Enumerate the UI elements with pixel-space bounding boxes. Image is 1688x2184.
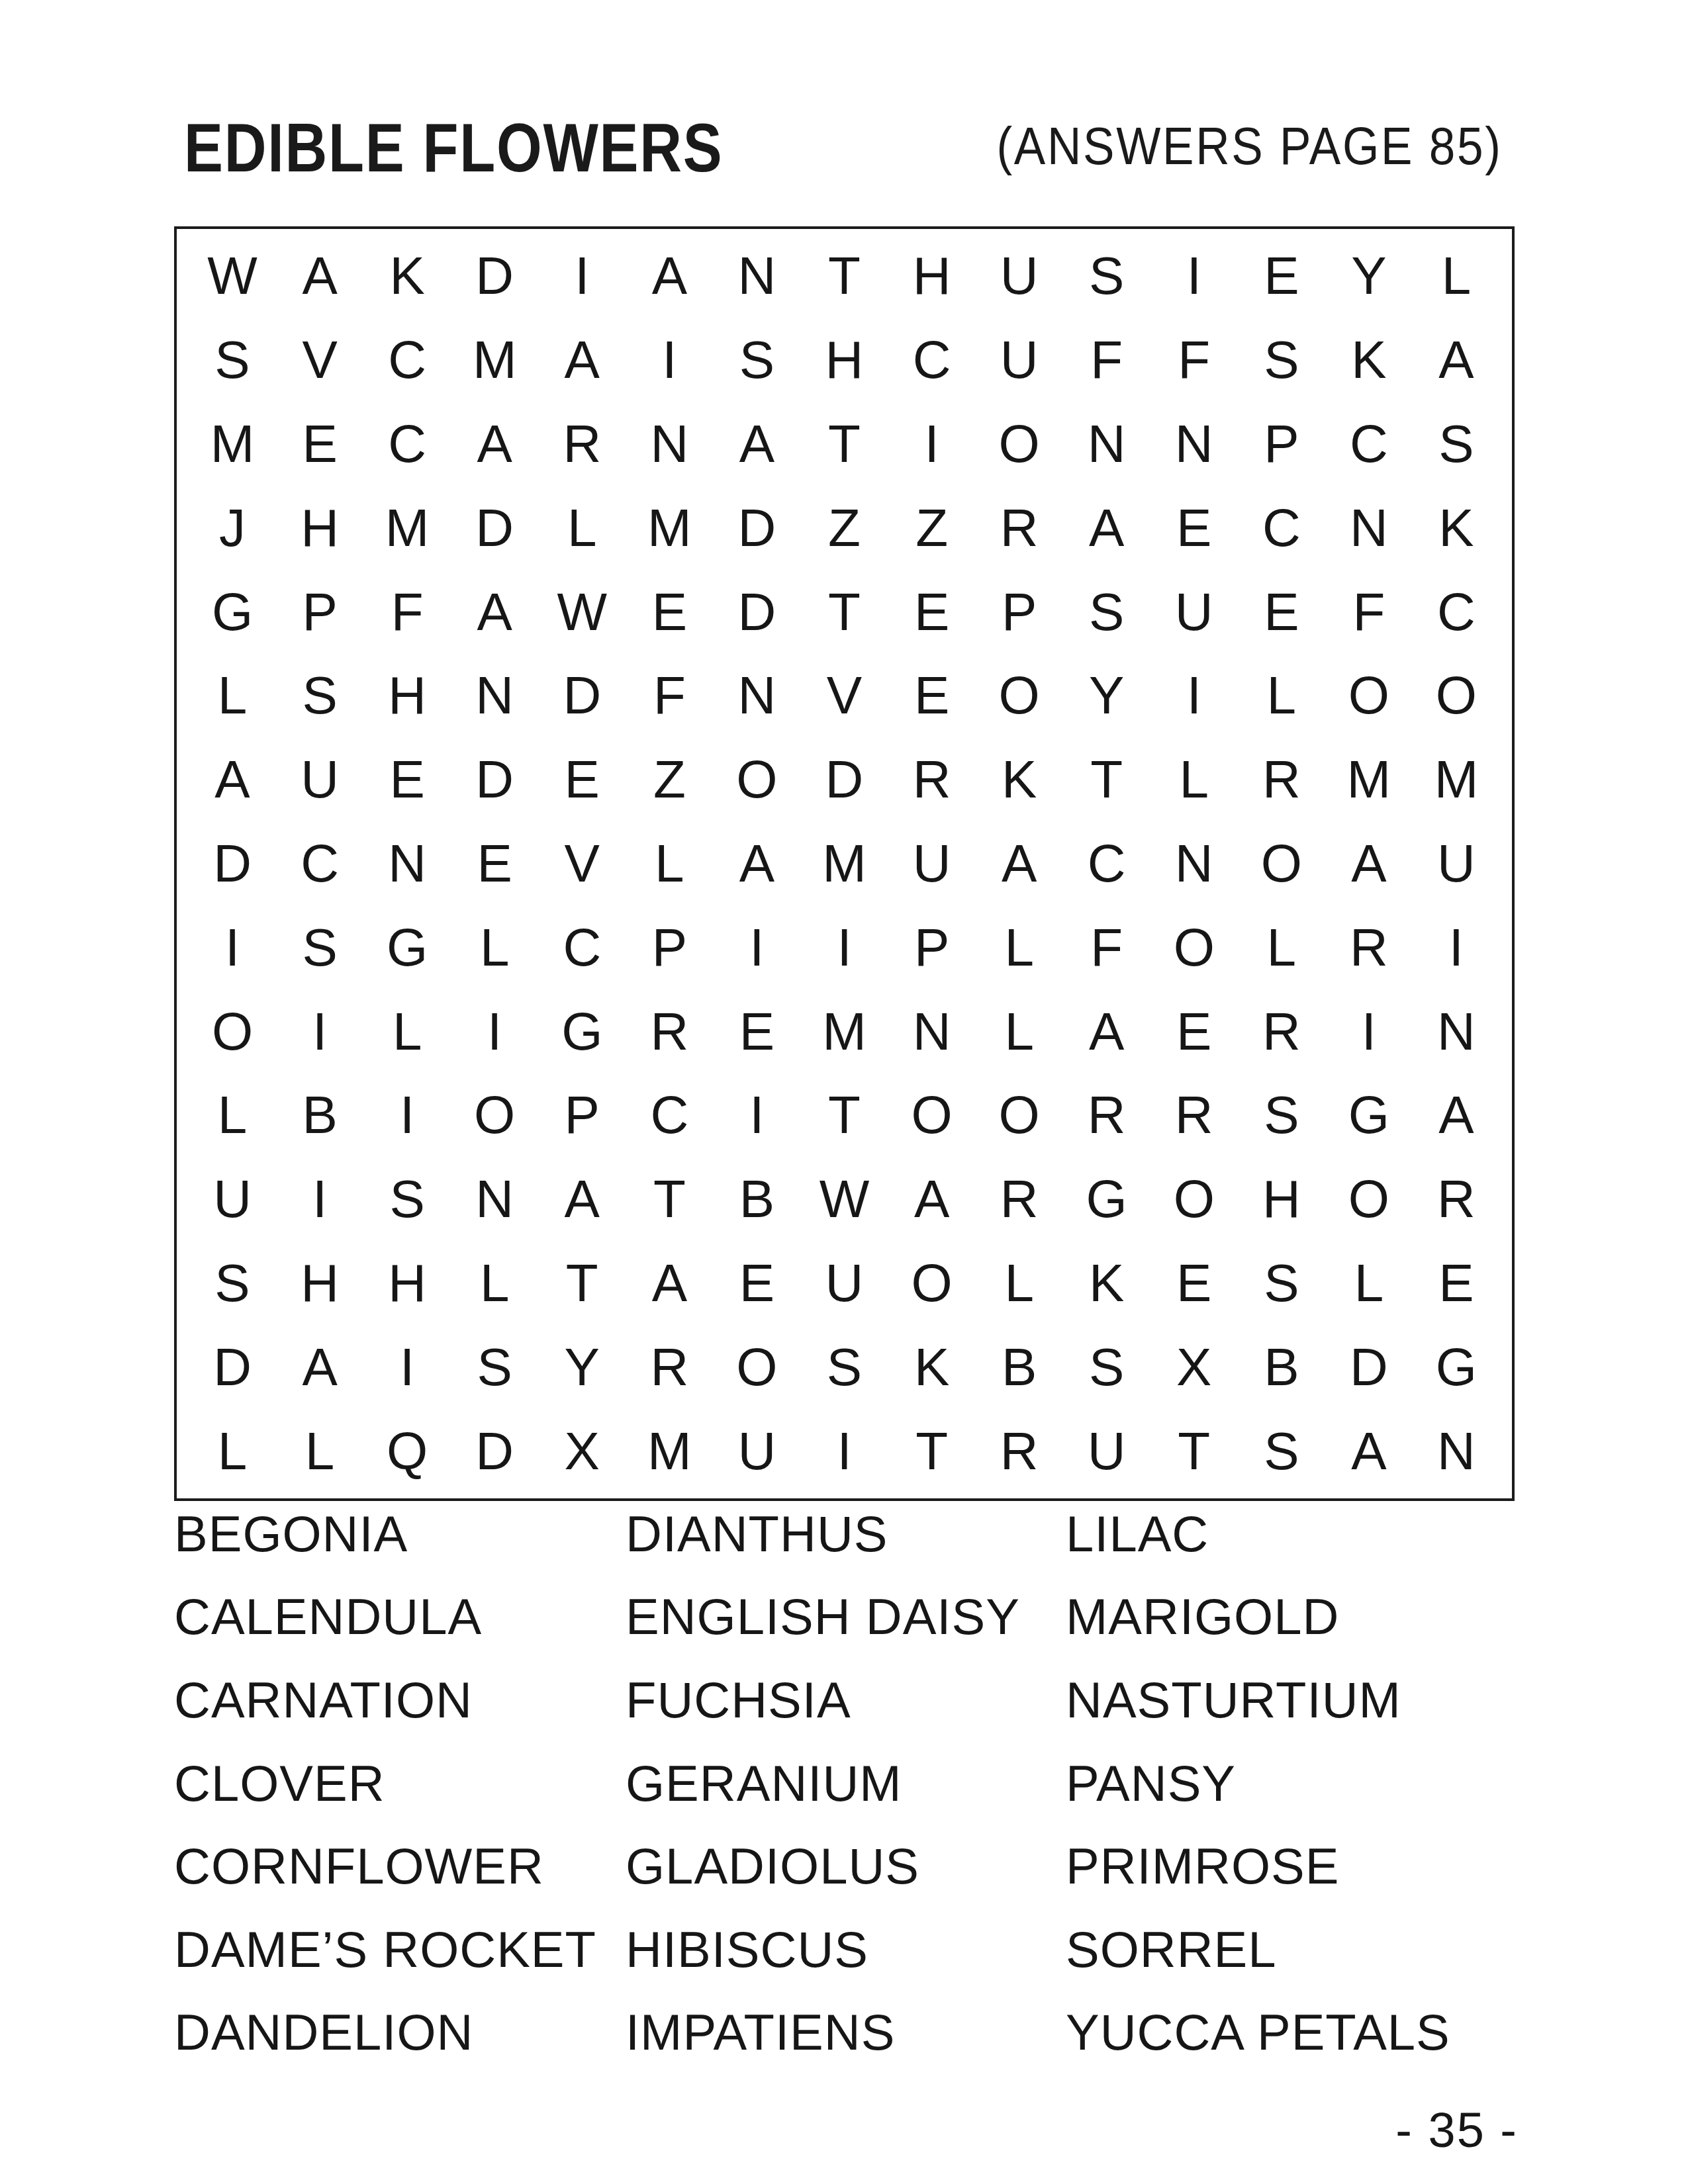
word-list-item: CLOVER <box>174 1742 596 1825</box>
grid-cell: A <box>713 402 800 486</box>
grid-cell: P <box>538 1073 626 1158</box>
grid-cell: H <box>276 1242 363 1326</box>
grid-cell: L <box>626 822 713 906</box>
grid-cell: L <box>976 905 1063 989</box>
grid-cell: W <box>538 570 626 654</box>
grid-cell: O <box>1150 1158 1238 1242</box>
grid-cell: P <box>888 905 976 989</box>
grid-cell: E <box>538 738 626 822</box>
grid-cell: N <box>1325 486 1413 570</box>
grid-cell: U <box>713 1409 800 1493</box>
grid-cell: E <box>1150 486 1238 570</box>
grid-cell: N <box>1150 822 1238 906</box>
grid-cell: G <box>538 989 626 1073</box>
grid-cell: K <box>1413 486 1500 570</box>
grid-cell: T <box>1063 738 1150 822</box>
grid-cell: E <box>1150 1242 1238 1326</box>
word-search-grid: WAKDIANTHUSIEYLSVCMAISHCUFFSKAMECARNATIO… <box>174 226 1515 1501</box>
grid-cell: O <box>976 654 1063 738</box>
word-list-column-3: LILACMARIGOLDNASTURTIUMPANSYPRIMROSESORR… <box>1066 1492 1450 2074</box>
grid-cell: D <box>189 822 276 906</box>
grid-cell: J <box>189 486 276 570</box>
grid-cell: S <box>276 654 363 738</box>
grid-cell: E <box>1238 234 1325 318</box>
grid-cell: I <box>538 234 626 318</box>
grid-cell: R <box>976 1409 1063 1493</box>
grid-cell: O <box>976 1073 1063 1158</box>
grid-cell: E <box>1238 570 1325 654</box>
grid-cell: S <box>451 1325 538 1409</box>
grid-cell: A <box>888 1158 976 1242</box>
grid-cell: N <box>1413 989 1500 1073</box>
grid-cell: O <box>451 1073 538 1158</box>
grid-cell: O <box>1150 905 1238 989</box>
grid-cell: U <box>1063 1409 1150 1493</box>
grid-cell: E <box>888 654 976 738</box>
grid-cell: B <box>713 1158 800 1242</box>
grid-cell: W <box>800 1158 888 1242</box>
grid-cell: S <box>713 318 800 402</box>
grid-cell: E <box>626 570 713 654</box>
grid-cell: O <box>1325 654 1413 738</box>
grid-cell: C <box>363 402 451 486</box>
grid-cell: U <box>276 738 363 822</box>
grid-cell: P <box>276 570 363 654</box>
grid-cell: I <box>1150 654 1238 738</box>
grid-cell: C <box>1325 402 1413 486</box>
grid-cell: M <box>626 486 713 570</box>
grid-cell: H <box>888 234 976 318</box>
grid-cell: H <box>1238 1158 1325 1242</box>
grid-cell: R <box>1063 1073 1150 1158</box>
grid-cell: L <box>1150 738 1238 822</box>
grid-cell: S <box>1063 234 1150 318</box>
grid-cell: I <box>276 989 363 1073</box>
grid-cell: D <box>451 738 538 822</box>
grid-cell: N <box>1413 1409 1500 1493</box>
grid-cell: A <box>451 402 538 486</box>
grid-cell: R <box>1325 905 1413 989</box>
page-number: - 35 - <box>1395 2106 1518 2155</box>
grid-cell: C <box>276 822 363 906</box>
grid-cell: I <box>713 1073 800 1158</box>
grid-cell: C <box>538 905 626 989</box>
grid-cell: C <box>1063 822 1150 906</box>
grid-cell: L <box>451 1242 538 1326</box>
grid-cell: Y <box>1063 654 1150 738</box>
grid-cell: R <box>626 1325 713 1409</box>
grid-cell: R <box>1238 738 1325 822</box>
grid-cell: V <box>538 822 626 906</box>
word-list-item: CARNATION <box>174 1659 596 1742</box>
grid-cell: A <box>1325 1409 1413 1493</box>
grid-cell: L <box>189 1073 276 1158</box>
grid-cell: A <box>713 822 800 906</box>
grid-cell: X <box>1150 1325 1238 1409</box>
word-list-column-2: DIANTHUSENGLISH DAISYFUCHSIAGERANIUMGLAD… <box>626 1492 1020 2074</box>
grid-cell: T <box>800 1073 888 1158</box>
grid-cell: D <box>451 486 538 570</box>
grid-cell: R <box>888 738 976 822</box>
grid-cell: H <box>363 654 451 738</box>
grid-cell: F <box>1150 318 1238 402</box>
grid-cell: O <box>1413 654 1500 738</box>
grid-cell: Q <box>363 1409 451 1493</box>
grid-cell: D <box>538 654 626 738</box>
grid-cell: O <box>1238 822 1325 906</box>
grid-cell: N <box>888 989 976 1073</box>
grid-cell: M <box>363 486 451 570</box>
grid-cell: B <box>1238 1325 1325 1409</box>
grid-cell: O <box>713 738 800 822</box>
grid-cell: I <box>1150 234 1238 318</box>
grid-cell: U <box>800 1242 888 1326</box>
grid-cell: F <box>363 570 451 654</box>
grid-cell: S <box>276 905 363 989</box>
grid-cell: A <box>1413 1073 1500 1158</box>
grid-cell: D <box>1325 1325 1413 1409</box>
grid-cell: H <box>276 486 363 570</box>
grid-cell: D <box>713 570 800 654</box>
grid-cell: M <box>1413 738 1500 822</box>
grid-cell: S <box>1063 570 1150 654</box>
grid-cell: R <box>976 486 1063 570</box>
grid-cell: O <box>189 989 276 1073</box>
grid-cell: S <box>1063 1325 1150 1409</box>
grid-cell: C <box>1238 486 1325 570</box>
puzzle-page: EDIBLE FLOWERS (ANSWERS PAGE 85) WAKDIAN… <box>0 0 1688 2184</box>
grid-cell: D <box>451 234 538 318</box>
grid-cell: A <box>451 570 538 654</box>
grid-cell: I <box>189 905 276 989</box>
grid-cell: T <box>538 1242 626 1326</box>
grid-cell: F <box>1063 318 1150 402</box>
word-list-item: DAME’S ROCKET <box>174 1908 596 1991</box>
grid-cell: G <box>363 905 451 989</box>
word-list-item: BEGONIA <box>174 1492 596 1576</box>
grid-cell: U <box>888 822 976 906</box>
grid-cell: L <box>538 486 626 570</box>
grid-cell: L <box>363 989 451 1073</box>
grid-cell: I <box>451 989 538 1073</box>
grid-cell: M <box>189 402 276 486</box>
grid-cell: I <box>888 402 976 486</box>
grid-cell: F <box>1325 570 1413 654</box>
word-list-item: NASTURTIUM <box>1066 1659 1450 1742</box>
grid-cell: A <box>1063 989 1150 1073</box>
grid-cell: O <box>713 1325 800 1409</box>
grid-cell: P <box>626 905 713 989</box>
grid-cell: K <box>888 1325 976 1409</box>
grid-cell: E <box>1413 1242 1500 1326</box>
word-list-item: GLADIOLUS <box>626 1825 1020 1908</box>
grid-cell: A <box>626 234 713 318</box>
grid-cell: D <box>189 1325 276 1409</box>
word-list-item: PRIMROSE <box>1066 1825 1450 1908</box>
grid-cell: Z <box>626 738 713 822</box>
grid-cell: I <box>713 905 800 989</box>
grid-cell: U <box>189 1158 276 1242</box>
grid-cell: S <box>189 1242 276 1326</box>
word-list-item: PANSY <box>1066 1742 1450 1825</box>
grid-cell: C <box>888 318 976 402</box>
grid-cell: C <box>363 318 451 402</box>
grid-cell: I <box>1325 989 1413 1073</box>
grid-cell: E <box>276 402 363 486</box>
grid-cell: E <box>451 822 538 906</box>
grid-cell: Z <box>888 486 976 570</box>
grid-cell: V <box>276 318 363 402</box>
grid-cell: U <box>976 234 1063 318</box>
grid-cell: L <box>1238 654 1325 738</box>
grid-cell: B <box>976 1325 1063 1409</box>
grid-cell: L <box>189 1409 276 1493</box>
grid-cell: N <box>1063 402 1150 486</box>
grid-cell: I <box>363 1325 451 1409</box>
grid-cell: E <box>363 738 451 822</box>
grid-cell: F <box>626 654 713 738</box>
grid-cell: D <box>800 738 888 822</box>
grid-cell: A <box>538 1158 626 1242</box>
grid-cell: L <box>276 1409 363 1493</box>
grid-cell: M <box>800 822 888 906</box>
grid-cell: O <box>888 1242 976 1326</box>
grid-cell: U <box>1150 570 1238 654</box>
grid-cell: I <box>626 318 713 402</box>
grid-cell: I <box>800 905 888 989</box>
grid-cell: A <box>276 1325 363 1409</box>
grid-cell: S <box>1238 1073 1325 1158</box>
grid-cell: N <box>363 822 451 906</box>
grid-cell: E <box>713 989 800 1073</box>
grid-cell: V <box>800 654 888 738</box>
grid-cell: N <box>713 654 800 738</box>
grid-cell: M <box>626 1409 713 1493</box>
grid-cell: I <box>276 1158 363 1242</box>
grid-cell: S <box>1413 402 1500 486</box>
grid-cell: A <box>276 234 363 318</box>
page-title: EDIBLE FLOWERS <box>184 113 723 182</box>
grid-cell: T <box>1150 1409 1238 1493</box>
grid-cell: Z <box>800 486 888 570</box>
grid-cell: O <box>888 1073 976 1158</box>
grid-cell: N <box>451 654 538 738</box>
grid-cell: O <box>976 402 1063 486</box>
grid-cell: I <box>1413 905 1500 989</box>
grid-cell: M <box>1325 738 1413 822</box>
grid-cell: E <box>888 570 976 654</box>
grid-cell: S <box>363 1158 451 1242</box>
word-list-item: YUCCA PETALS <box>1066 1991 1450 2075</box>
grid-cell: R <box>538 402 626 486</box>
grid-cell: N <box>451 1158 538 1242</box>
grid-cell: R <box>1238 989 1325 1073</box>
grid-cell: L <box>1238 905 1325 989</box>
grid-cell: S <box>1238 318 1325 402</box>
grid-cell: N <box>1150 402 1238 486</box>
grid-cell: M <box>451 318 538 402</box>
grid-cell: X <box>538 1409 626 1493</box>
word-list-item: FUCHSIA <box>626 1659 1020 1742</box>
grid-cell: L <box>976 989 1063 1073</box>
grid-cell: G <box>1413 1325 1500 1409</box>
grid-cell: C <box>626 1073 713 1158</box>
word-list-column-1: BEGONIACALENDULACARNATIONCLOVERCORNFLOWE… <box>174 1492 596 2074</box>
word-list-item: SORREL <box>1066 1908 1450 1991</box>
grid-cell: A <box>626 1242 713 1326</box>
grid-cell: I <box>800 1409 888 1493</box>
grid-cell: C <box>1413 570 1500 654</box>
grid-cell: W <box>189 234 276 318</box>
word-list-item: DIANTHUS <box>626 1492 1020 1576</box>
grid-cell: E <box>1150 989 1238 1073</box>
grid-cell: K <box>976 738 1063 822</box>
word-list-item: CORNFLOWER <box>174 1825 596 1908</box>
word-list-item: DANDELION <box>174 1991 596 2075</box>
grid-cell: I <box>363 1073 451 1158</box>
grid-cell: R <box>1413 1158 1500 1242</box>
grid-cell: R <box>976 1158 1063 1242</box>
grid-cell: T <box>888 1409 976 1493</box>
grid-cell: L <box>451 905 538 989</box>
grid-cell: R <box>1150 1073 1238 1158</box>
grid-cell: T <box>800 570 888 654</box>
grid-cell: K <box>1063 1242 1150 1326</box>
word-list-item: LILAC <box>1066 1492 1450 1576</box>
grid-cell: R <box>626 989 713 1073</box>
grid-cell: D <box>451 1409 538 1493</box>
grid-cell: G <box>1063 1158 1150 1242</box>
grid-cell: P <box>1238 402 1325 486</box>
grid-cell: K <box>1325 318 1413 402</box>
grid-cell: L <box>189 654 276 738</box>
grid-cell: A <box>1063 486 1150 570</box>
grid-cell: H <box>800 318 888 402</box>
grid-cell: Y <box>1325 234 1413 318</box>
grid-cell: B <box>276 1073 363 1158</box>
grid-cell: U <box>976 318 1063 402</box>
grid-cell: H <box>363 1242 451 1326</box>
grid-cell: F <box>1063 905 1150 989</box>
grid-cell: T <box>800 402 888 486</box>
answers-note: (ANSWERS PAGE 85) <box>997 120 1503 173</box>
grid-cell: L <box>1325 1242 1413 1326</box>
grid-cell: S <box>1238 1242 1325 1326</box>
grid-cell: T <box>626 1158 713 1242</box>
grid-cell: L <box>1413 234 1500 318</box>
grid-cell: A <box>189 738 276 822</box>
grid-cell: D <box>713 486 800 570</box>
grid-cell: M <box>800 989 888 1073</box>
word-list-item: IMPATIENS <box>626 1991 1020 2075</box>
word-list-item: GERANIUM <box>626 1742 1020 1825</box>
grid-cell: A <box>1325 822 1413 906</box>
word-list-item: CALENDULA <box>174 1576 596 1659</box>
grid-cell: E <box>713 1242 800 1326</box>
grid-cell: S <box>800 1325 888 1409</box>
grid-cell: S <box>189 318 276 402</box>
grid-cell: T <box>800 234 888 318</box>
grid-cell: Y <box>538 1325 626 1409</box>
grid-cell: A <box>976 822 1063 906</box>
grid-cell: L <box>976 1242 1063 1326</box>
grid-cell: U <box>1413 822 1500 906</box>
word-list-item: ENGLISH DAISY <box>626 1576 1020 1659</box>
grid-cell: N <box>626 402 713 486</box>
grid-cell: G <box>1325 1073 1413 1158</box>
grid-cell: G <box>189 570 276 654</box>
grid-cell: N <box>713 234 800 318</box>
word-list-item: MARIGOLD <box>1066 1576 1450 1659</box>
word-list-item: HIBISCUS <box>626 1908 1020 1991</box>
grid-cell: A <box>1413 318 1500 402</box>
grid-cell: K <box>363 234 451 318</box>
grid-cell: O <box>1325 1158 1413 1242</box>
grid-cell: S <box>1238 1409 1325 1493</box>
grid-cell: A <box>538 318 626 402</box>
grid-cell: P <box>976 570 1063 654</box>
